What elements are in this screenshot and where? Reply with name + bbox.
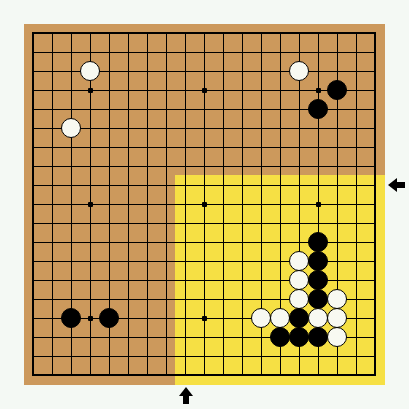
black-stone [327,80,347,100]
black-stone [308,327,328,347]
black-stone [308,289,328,309]
white-stone [327,289,347,309]
white-stone [251,308,271,328]
white-stone [289,61,309,81]
left-arrow-icon [388,178,397,192]
black-stone [308,232,328,252]
white-stone [61,118,81,138]
bottom-boundary-arrow [179,387,193,404]
star-point [316,202,321,207]
star-point [88,88,93,93]
star-point [316,88,321,93]
white-stone [327,308,347,328]
white-stone [270,308,290,328]
black-stone [308,270,328,290]
up-arrow-icon [179,387,193,396]
star-point [88,316,93,321]
white-stone [327,327,347,347]
white-stone [289,289,309,309]
grid-line-horizontal [32,223,376,224]
black-stone [289,327,309,347]
grid-line-vertical [242,32,243,376]
grid-line-vertical [374,32,376,376]
grid-line-vertical [223,32,224,376]
arrow-tail [397,182,405,188]
star-point [202,202,207,207]
star-point [202,88,207,93]
white-stone [289,270,309,290]
black-stone [270,327,290,347]
grid-line-horizontal [32,374,376,376]
go-board[interactable] [24,24,385,385]
arrow-tail [183,396,189,404]
white-stone [308,308,328,328]
black-stone [289,308,309,328]
black-stone [61,308,81,328]
black-stone [99,308,119,328]
star-point [88,202,93,207]
grid-line-vertical [356,32,357,376]
black-stone [308,99,328,119]
star-point [202,316,207,321]
grid-line-horizontal [32,356,376,357]
white-stone [80,61,100,81]
white-stone [289,251,309,271]
right-boundary-arrow [388,178,405,192]
page-background: { "game": { "name": "Go", "board_size": … [0,0,409,409]
black-stone [308,251,328,271]
